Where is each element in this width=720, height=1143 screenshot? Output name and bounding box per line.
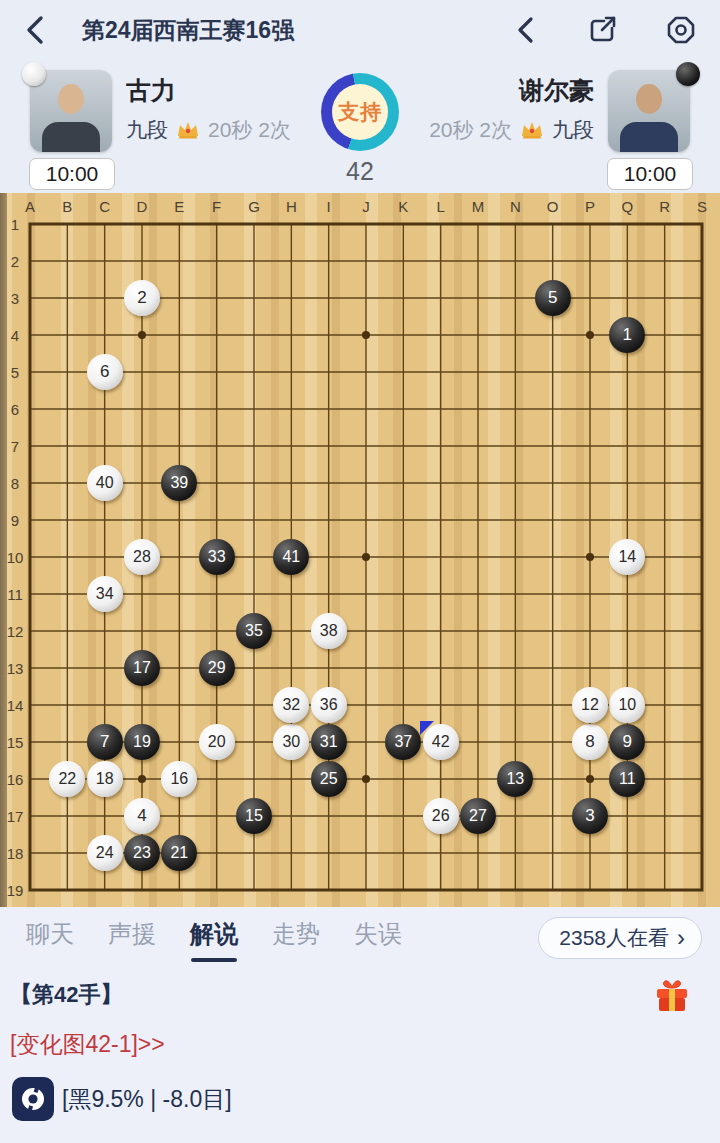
go-board[interactable]: ABCDEFGHIJKLMNOPQRS123456789101112131415… xyxy=(0,193,720,907)
column-label: D xyxy=(137,198,148,215)
star-point xyxy=(586,331,594,339)
stone-black-25: 25 xyxy=(311,761,347,797)
stone-white-12: 12 xyxy=(572,687,608,723)
player-right-rank: 九段 xyxy=(552,116,594,144)
black-stone-badge xyxy=(676,62,700,86)
stone-white-34: 34 xyxy=(87,576,123,612)
tab-失误[interactable]: 失误 xyxy=(354,918,402,956)
ai-eval-text: [黑9.5% | -8.0目] xyxy=(62,1084,232,1115)
row-label: 3 xyxy=(11,290,19,307)
row-label: 7 xyxy=(11,438,19,455)
column-label: O xyxy=(547,198,559,215)
commentary-panel: 【第42手】 [变化图42-1]>> [黑9.5% | -8.0目] xyxy=(0,967,720,1143)
column-label: J xyxy=(362,198,370,215)
star-point xyxy=(586,553,594,561)
viewers-count: 2358人在看 xyxy=(559,924,669,952)
column-label: G xyxy=(248,198,260,215)
gift-icon[interactable] xyxy=(654,977,690,1013)
stone-white-42: 42 xyxy=(423,724,459,760)
avatar-photo xyxy=(636,84,662,114)
stone-black-15: 15 xyxy=(236,798,272,834)
tab-聊天[interactable]: 聊天 xyxy=(26,918,74,956)
chevron-right-icon: › xyxy=(677,924,685,952)
header: 第24届西南王赛16强 xyxy=(0,0,720,60)
crown-icon xyxy=(176,120,200,140)
stone-white-38: 38 xyxy=(311,613,347,649)
stone-black-31: 31 xyxy=(311,724,347,760)
star-point xyxy=(586,775,594,783)
column-label: M xyxy=(472,198,485,215)
column-label: N xyxy=(510,198,521,215)
row-label: 15 xyxy=(7,734,24,751)
move-title: 【第42手】 xyxy=(10,980,122,1010)
share-icon[interactable] xyxy=(586,13,620,47)
support-button[interactable]: 支持 xyxy=(321,73,399,151)
stone-black-27: 27 xyxy=(460,798,496,834)
column-label: B xyxy=(62,198,72,215)
tab-解说[interactable]: 解说 xyxy=(190,918,238,956)
tab-声援[interactable]: 声援 xyxy=(108,918,156,956)
row-label: 6 xyxy=(11,401,19,418)
stone-black-19: 19 xyxy=(124,724,160,760)
row-label: 17 xyxy=(7,808,24,825)
row-label: 16 xyxy=(7,771,24,788)
star-point xyxy=(138,331,146,339)
stone-white-36: 36 xyxy=(311,687,347,723)
column-label: H xyxy=(286,198,297,215)
stone-black-35: 35 xyxy=(236,613,272,649)
row-label: 13 xyxy=(7,660,24,677)
row-label: 11 xyxy=(7,586,23,603)
column-label: I xyxy=(327,198,331,215)
stone-white-2: 2 xyxy=(124,280,160,316)
column-label: L xyxy=(436,198,444,215)
player-left-rank: 九段 xyxy=(126,116,168,144)
avatar-right-player xyxy=(608,70,690,152)
stone-black-33: 33 xyxy=(199,539,235,575)
stone-black-17: 17 xyxy=(124,650,160,686)
stone-white-26: 26 xyxy=(423,798,459,834)
row-label: 8 xyxy=(11,475,19,492)
row-label: 9 xyxy=(11,512,19,529)
column-label: P xyxy=(585,198,595,215)
column-label: C xyxy=(99,198,110,215)
stone-white-20: 20 xyxy=(199,724,235,760)
player-left-byoyomi: 20秒 2次 xyxy=(208,116,291,144)
stone-white-18: 18 xyxy=(87,761,123,797)
player-right-byoyomi: 20秒 2次 xyxy=(429,116,512,144)
stone-black-23: 23 xyxy=(124,835,160,871)
player-right-rank-row: 20秒 2次 九段 xyxy=(429,116,594,144)
column-label: Q xyxy=(621,198,633,215)
stone-white-28: 28 xyxy=(124,539,160,575)
star-point xyxy=(362,775,370,783)
top-panel: 第24届西南王赛16强 10:00 古力 九 xyxy=(0,0,720,193)
column-label: K xyxy=(398,198,408,215)
stone-white-24: 24 xyxy=(87,835,123,871)
white-stone-badge xyxy=(22,62,46,86)
avatar-photo xyxy=(58,84,84,114)
stone-black-5: 5 xyxy=(535,280,571,316)
tab-走势[interactable]: 走势 xyxy=(272,918,320,956)
stone-white-4: 4 xyxy=(124,798,160,834)
collapse-chevron-icon[interactable] xyxy=(508,13,542,47)
stone-white-8: 8 xyxy=(572,724,608,760)
tab-bar: 聊天声援解说走势失误2358人在看› xyxy=(0,907,720,967)
stone-black-3: 3 xyxy=(572,798,608,834)
row-label: 4 xyxy=(11,327,19,344)
column-label: A xyxy=(25,198,35,215)
row-label: 5 xyxy=(11,364,19,381)
stone-white-40: 40 xyxy=(87,465,123,501)
row-label: 1 xyxy=(11,216,19,233)
row-label: 10 xyxy=(7,549,24,566)
back-button[interactable] xyxy=(18,13,52,47)
settings-hexagon-icon[interactable] xyxy=(664,13,698,47)
variation-diagram-link[interactable]: [变化图42-1]>> xyxy=(10,1029,165,1060)
last-move-marker xyxy=(420,721,434,735)
star-point xyxy=(138,775,146,783)
star-point xyxy=(362,553,370,561)
star-point xyxy=(362,331,370,339)
stone-white-6: 6 xyxy=(87,354,123,390)
row-label: 14 xyxy=(7,697,24,714)
column-label: S xyxy=(697,198,707,215)
ai-engine-logo xyxy=(12,1077,54,1121)
row-label: 19 xyxy=(7,882,24,899)
viewers-pill[interactable]: 2358人在看› xyxy=(538,917,702,959)
column-label: E xyxy=(174,198,184,215)
stone-black-29: 29 xyxy=(199,650,235,686)
support-label: 支持 xyxy=(332,84,388,140)
player-right-name: 谢尔豪 xyxy=(519,74,594,107)
stone-black-7: 7 xyxy=(87,724,123,760)
player-left-rank-row: 九段 20秒 2次 xyxy=(126,116,291,144)
page-title: 第24届西南王赛16强 xyxy=(82,15,294,46)
row-label: 18 xyxy=(7,845,24,862)
player-left-name: 古力 xyxy=(126,74,176,107)
column-label: F xyxy=(212,198,221,215)
move-counter: 42 xyxy=(0,157,720,186)
column-label: R xyxy=(659,198,670,215)
crown-icon xyxy=(520,120,544,140)
row-label: 2 xyxy=(11,253,19,270)
row-label: 12 xyxy=(7,623,24,640)
